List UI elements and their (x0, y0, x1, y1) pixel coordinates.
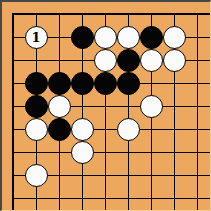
white-stone (71, 118, 94, 141)
grid-line-vertical (12, 13, 14, 210)
white-stone (140, 49, 163, 72)
white-stone (94, 26, 117, 49)
grid-line-vertical (197, 13, 198, 210)
black-stone (117, 72, 140, 95)
grid-line-horizontal (12, 13, 210, 15)
move-1-stone: 1 (25, 26, 48, 49)
move-number-label: 1 (31, 31, 40, 44)
black-stone (71, 26, 94, 49)
grid-line-horizontal (12, 152, 210, 153)
white-stone (117, 26, 140, 49)
black-stone (94, 72, 117, 95)
white-stone (25, 118, 48, 141)
black-stone (71, 72, 94, 95)
black-stone (25, 95, 48, 118)
white-stone (94, 49, 117, 72)
white-stone (71, 141, 94, 164)
black-stone (48, 72, 71, 95)
black-stone (140, 26, 163, 49)
go-board-diagram: 1 (0, 0, 211, 211)
white-stone (140, 95, 163, 118)
grid-line-horizontal (12, 198, 210, 199)
black-stone (117, 49, 140, 72)
white-stone (25, 164, 48, 187)
white-stone (117, 118, 140, 141)
black-stone (25, 72, 48, 95)
white-stone (163, 49, 186, 72)
white-stone (48, 95, 71, 118)
go-board[interactable]: 1 (2, 2, 210, 210)
white-stone (163, 26, 186, 49)
black-stone (48, 118, 71, 141)
